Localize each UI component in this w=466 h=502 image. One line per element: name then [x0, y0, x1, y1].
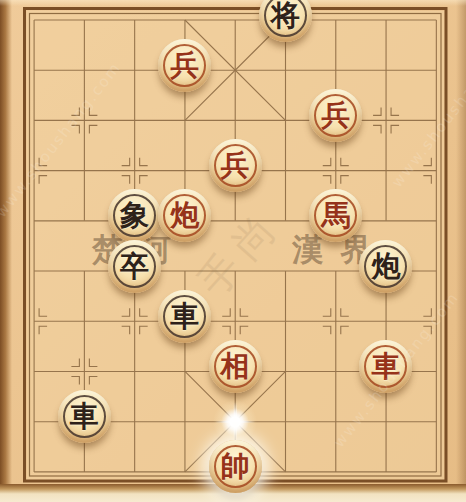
piece-character: 将 — [271, 1, 300, 30]
black-chariot-2[interactable]: 車 — [58, 390, 111, 443]
piece-character: 車 — [371, 352, 400, 381]
piece-character: 車 — [70, 402, 99, 431]
piece-character: 炮 — [170, 201, 199, 230]
piece-layer: 将兵兵兵象炮馬卒炮車相車車帥 — [9, 0, 461, 497]
move-highlight-sparkle — [212, 399, 258, 445]
piece-character: 馬 — [321, 201, 350, 230]
piece-character: 車 — [170, 302, 199, 331]
red-general[interactable]: 帥 — [209, 440, 262, 493]
black-cannon[interactable]: 炮 — [359, 240, 412, 293]
xiangqi-board[interactable]: 楚河 漢界 将兵兵兵象炮馬卒炮車相車車帥 www.shoushang.com w… — [0, 0, 466, 502]
black-elephant[interactable]: 象 — [108, 189, 161, 242]
piece-character: 兵 — [321, 101, 350, 130]
piece-character: 象 — [120, 201, 149, 230]
red-soldier-3[interactable]: 兵 — [209, 139, 262, 192]
black-chariot-1[interactable]: 車 — [158, 290, 211, 343]
red-cannon[interactable]: 炮 — [158, 189, 211, 242]
red-soldier-2[interactable]: 兵 — [309, 89, 362, 142]
red-horse[interactable]: 馬 — [309, 189, 362, 242]
piece-character: 兵 — [170, 51, 199, 80]
piece-character: 炮 — [371, 252, 400, 281]
red-elephant[interactable]: 相 — [209, 340, 262, 393]
black-soldier[interactable]: 卒 — [108, 240, 161, 293]
piece-character: 帥 — [221, 452, 250, 481]
black-general[interactable]: 将 — [259, 0, 312, 42]
piece-character: 兵 — [221, 151, 250, 180]
red-soldier-1[interactable]: 兵 — [158, 39, 211, 92]
piece-character: 相 — [221, 352, 250, 381]
piece-character: 卒 — [120, 252, 149, 281]
red-chariot[interactable]: 車 — [359, 340, 412, 393]
